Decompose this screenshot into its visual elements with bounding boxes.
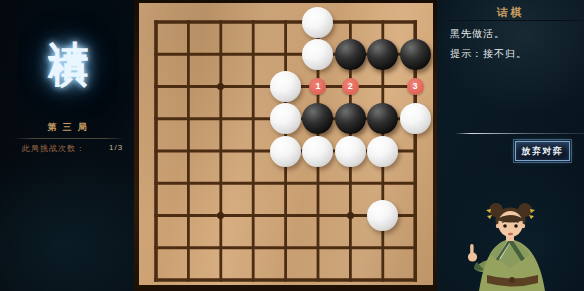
attempts-label: 此局挑战次数： [22, 143, 85, 154]
star-point [347, 212, 354, 219]
go-board-grid[interactable]: 123 [140, 6, 432, 291]
white-stone[interactable] [302, 39, 333, 70]
black-stone[interactable] [335, 103, 366, 134]
white-stone[interactable] [302, 7, 333, 38]
black-stone[interactable] [302, 103, 333, 134]
resign-button[interactable]: 放弃对弈 [515, 141, 570, 161]
girl-portrait [450, 198, 584, 291]
puzzle-info-panel: 诘棋 黑先做活。 提示：接不归。 放弃对弈 [437, 0, 584, 291]
black-stone[interactable] [367, 39, 398, 70]
panel-title: 诘棋 [437, 5, 584, 20]
hint-move-marker: 1 [309, 78, 326, 95]
puzzle-hint: 提示：接不归。 [450, 47, 527, 61]
go-board[interactable]: 123 [139, 3, 433, 285]
attempts-value: 1/3 [109, 143, 123, 154]
black-stone[interactable] [400, 39, 431, 70]
white-stone[interactable] [367, 136, 398, 167]
white-stone[interactable] [270, 103, 301, 134]
white-stone[interactable] [335, 136, 366, 167]
star-point [217, 212, 224, 219]
white-stone[interactable] [400, 103, 431, 134]
divider [441, 20, 584, 21]
stage-label: 第三局 [0, 121, 134, 134]
white-stone[interactable] [302, 136, 333, 167]
divider [456, 133, 584, 134]
white-stone[interactable] [367, 200, 398, 231]
sidebar: 诘棋 第三局 此局挑战次数： 1/3 [0, 0, 134, 291]
puzzle-mode-title: 诘棋 [42, 8, 97, 130]
hint-move-marker: 3 [407, 78, 424, 95]
white-stone[interactable] [270, 71, 301, 102]
attempts-counter: 此局挑战次数： 1/3 [22, 143, 123, 154]
divider [13, 138, 125, 139]
black-stone[interactable] [367, 103, 398, 134]
hint-move-marker: 2 [342, 78, 359, 95]
puzzle-objective: 黑先做活。 [450, 27, 505, 41]
game-screen: 诘棋 第三局 此局挑战次数： 1/3 123 诘棋 黑先做活。 提示：接不归。 … [0, 0, 584, 291]
go-board-frame: 123 [134, 0, 437, 291]
white-stone[interactable] [270, 136, 301, 167]
black-stone[interactable] [335, 39, 366, 70]
star-point [217, 83, 224, 90]
